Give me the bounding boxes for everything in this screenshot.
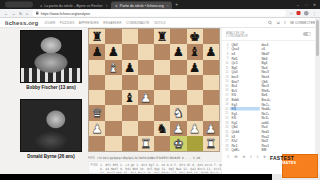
square-e4[interactable] xyxy=(154,90,170,105)
move-number: 7 xyxy=(222,47,230,50)
move-number: 27 xyxy=(222,139,230,142)
square-f5[interactable] xyxy=(170,75,186,90)
nav-next-icon[interactable]: › xyxy=(257,154,259,159)
move-black-16[interactable]: Rfe8+ xyxy=(260,88,290,92)
move-black-19[interactable]: Ne2+ xyxy=(260,102,290,106)
move-number: 14 xyxy=(222,80,230,83)
move-number: 13 xyxy=(222,75,230,78)
white-king[interactable]: ♚ xyxy=(170,136,186,151)
square-d8[interactable] xyxy=(138,29,154,44)
site-header: lichess.org JOUER PUZZLES APPRENDRE REGA… xyxy=(0,18,320,28)
photo-bobby-fischer xyxy=(20,30,82,83)
move-black-7[interactable]: c6 xyxy=(260,47,290,51)
square-f8[interactable] xyxy=(170,29,186,44)
square-c6[interactable]: ♟ xyxy=(122,60,138,75)
window-maximize-button[interactable]: □ xyxy=(305,3,307,7)
move-number: 22 xyxy=(222,116,230,119)
move-number: 23 xyxy=(222,121,230,124)
square-g3[interactable] xyxy=(187,105,203,120)
move-white-25[interactable]: Qxb6 xyxy=(230,130,260,134)
move-number: 26 xyxy=(222,135,230,138)
black-pawn[interactable]: ♟ xyxy=(187,60,203,75)
square-g6[interactable]: ♟ xyxy=(187,60,203,75)
move-white-13[interactable]: bxc3 xyxy=(230,75,260,79)
pgn-textarea[interactable]: 1. Nf3 Nf6 2. c4 g6 3. Nc3 Bg7 4. d4 O-O… xyxy=(100,163,235,173)
url-text: https://www.lichess.org/analysis xyxy=(41,11,90,15)
square-b5[interactable] xyxy=(105,75,121,90)
pgn-label: PGN xyxy=(91,163,98,173)
square-a7[interactable]: ♟ xyxy=(89,44,105,59)
black-pawn[interactable]: ♟ xyxy=(122,60,138,75)
move-number: 11 xyxy=(222,66,230,69)
square-c8[interactable] xyxy=(122,29,138,44)
square-h8[interactable] xyxy=(203,29,219,44)
move-black-22[interactable]: Nc3+ xyxy=(260,116,290,120)
move-black-13[interactable]: Nxe4 xyxy=(260,75,290,79)
move-black-15[interactable]: Nxc3 xyxy=(260,84,290,88)
move-number: 18 xyxy=(222,98,230,101)
analysis-page: Bobby Fischer (13 ans) Donald Byrne (26 … xyxy=(0,28,320,174)
move-number: 25 xyxy=(222,130,230,133)
square-h4[interactable] xyxy=(203,90,219,105)
move-number: 29 xyxy=(222,148,230,151)
fen-row: FEN r3r1k1/pp3pbp/1Bp3p1/8/2bP4/Q4N2/P3n… xyxy=(88,154,224,161)
square-f2[interactable]: ♟ xyxy=(170,121,186,136)
square-d2[interactable] xyxy=(138,121,154,136)
engine-toggle-switch[interactable] xyxy=(303,32,311,36)
move-black-9[interactable]: Nb6 xyxy=(260,56,290,60)
square-e7[interactable] xyxy=(154,44,170,59)
nav-first-icon[interactable]: « xyxy=(243,154,246,159)
move-black-8[interactable]: Nbd7 xyxy=(260,52,290,56)
search-icon[interactable] xyxy=(268,20,273,25)
square-d3[interactable] xyxy=(138,105,154,120)
square-e8[interactable]: ♜ xyxy=(154,29,170,44)
black-bishop[interactable]: ♝ xyxy=(122,90,138,105)
move-black-6[interactable]: dxc4 xyxy=(260,43,290,47)
black-pawn[interactable]: ♟ xyxy=(89,44,105,59)
square-a4[interactable] xyxy=(89,90,105,105)
move-black-23[interactable]: axb6 xyxy=(260,121,290,125)
move-white-6[interactable]: Qb3 xyxy=(230,43,260,47)
move-black-28[interactable]: Rxe1 xyxy=(260,144,290,148)
square-b6[interactable]: ♝ xyxy=(105,60,121,75)
square-f6[interactable] xyxy=(170,60,186,75)
square-h1[interactable]: ♜ xyxy=(203,136,219,151)
square-c7[interactable] xyxy=(122,44,138,59)
browser-scrollbar-thumb[interactable] xyxy=(316,20,319,56)
square-g1[interactable] xyxy=(187,136,203,151)
move-white-26[interactable]: h3 xyxy=(230,134,260,138)
square-g7[interactable]: ♝ xyxy=(187,44,203,59)
browser-tab-2-active[interactable]: ♞ Partie du siècle • lichess.org × xyxy=(111,2,172,10)
user-menu[interactable]: SE CONNECTER xyxy=(290,21,315,24)
move-white-23[interactable]: Kg1 xyxy=(230,121,260,125)
black-knight[interactable]: ♞ xyxy=(154,121,170,136)
ad-banner[interactable]: FASTEST CHECKMATES xyxy=(282,154,318,178)
window-close-button[interactable]: ✕ xyxy=(313,3,316,7)
move-list: 6Qb3dxc47Qxc4c68e4Nbd79Rd1Nb610Qc5Bg411B… xyxy=(222,42,315,152)
move-black-11[interactable]: Na4 xyxy=(260,66,290,70)
window-minimize-button[interactable]: – xyxy=(297,3,299,7)
resize-icon[interactable]: ⇲ xyxy=(276,20,279,25)
tab-close-icon[interactable]: × xyxy=(167,4,169,8)
square-g8[interactable]: ♚ xyxy=(187,29,203,44)
lichess-logo[interactable]: lichess.org xyxy=(5,19,38,26)
white-bishop[interactable]: ♝ xyxy=(105,60,121,75)
move-black-14[interactable]: Qb6 xyxy=(260,79,290,83)
square-f7[interactable]: ♟ xyxy=(170,44,186,59)
square-h5[interactable] xyxy=(203,75,219,90)
browser-urlbar: ← → ↻ ⌂ https://www.lichess.org/analysis… xyxy=(0,9,320,18)
move-number: 8 xyxy=(222,52,230,55)
nav-outils[interactable]: OUTILS xyxy=(154,21,166,24)
square-f4[interactable] xyxy=(170,90,186,105)
nav-apprendre[interactable]: APPRENDRE xyxy=(79,21,99,24)
move-number: 6 xyxy=(222,43,230,46)
square-b4[interactable] xyxy=(105,90,121,105)
pgn-box: PGN 1. Nf3 Nf6 2. c4 g6 3. Nc3 Bg7 4. d4… xyxy=(88,161,238,174)
padlock-icon xyxy=(35,11,39,15)
engine-toggle-row: ANALYSE DE L'ORDINATEUR xyxy=(222,28,315,41)
move-white-7[interactable]: Qxc4 xyxy=(230,47,260,51)
move-white-11[interactable]: Bg5 xyxy=(230,66,260,70)
move-black-17[interactable]: Be6 xyxy=(260,93,290,97)
move-black-18[interactable]: Bxc4+ xyxy=(260,98,290,102)
nav-communaute[interactable]: COMMUNAUTÉ xyxy=(126,21,149,24)
browser-menu-icon[interactable]: ⋮ xyxy=(312,11,316,16)
square-e3[interactable] xyxy=(154,105,170,120)
move-white-8[interactable]: e4 xyxy=(230,52,260,56)
square-a2[interactable]: ♟ xyxy=(89,121,105,136)
square-f3[interactable]: ♞ xyxy=(170,105,186,120)
board-editor-icon[interactable]: ⊞ xyxy=(234,154,237,159)
tab-favicon: ♞ xyxy=(115,3,118,7)
square-h2[interactable]: ♟ xyxy=(203,121,219,136)
nav-jouer[interactable]: JOUER xyxy=(44,21,55,24)
square-b2[interactable] xyxy=(105,121,121,136)
move-number: 16 xyxy=(222,89,230,92)
move-black-20[interactable]: Nxd4+ xyxy=(260,107,290,111)
white-rook[interactable]: ♜ xyxy=(203,136,219,151)
square-f1[interactable]: ♚ xyxy=(170,136,186,151)
white-knight[interactable]: ♞ xyxy=(170,105,186,120)
fen-input[interactable]: r3r1k1/pp3pbp/1Bp3p1/8/2bP4/Q4N2/P3nPPP/… xyxy=(97,156,200,160)
move-white-9[interactable]: Rd1 xyxy=(230,56,260,60)
white-pawn[interactable]: ♟ xyxy=(89,121,105,136)
ad-line-2: CHECKMATES xyxy=(268,161,296,166)
move-black-24[interactable]: Ra4 xyxy=(260,125,290,129)
white-pawn[interactable]: ♟ xyxy=(187,121,203,136)
nav-puzzles[interactable]: PUZZLES xyxy=(60,21,75,24)
move-white-19[interactable]: Kg1 xyxy=(230,102,260,106)
square-h7[interactable]: ♟ xyxy=(203,44,219,59)
square-a5[interactable] xyxy=(89,75,105,90)
photo-donald-byrne xyxy=(20,99,82,152)
move-white-28[interactable]: Re1 xyxy=(230,144,260,148)
move-white-22[interactable]: Kf1 xyxy=(230,116,260,120)
nav-regarder[interactable]: REGARDER xyxy=(103,21,121,24)
black-rook[interactable]: ♜ xyxy=(154,29,170,44)
white-pawn[interactable]: ♟ xyxy=(203,121,219,136)
black-rook[interactable]: ♜ xyxy=(89,29,105,44)
tab-close-icon[interactable]: × xyxy=(106,4,108,8)
square-h3[interactable] xyxy=(203,105,219,120)
analysis-menu-icon[interactable]: ≡ xyxy=(227,154,229,159)
move-number: 21 xyxy=(222,112,230,115)
caption-bottom-player: Donald Byrne (26 ans) xyxy=(6,153,96,161)
move-number: 28 xyxy=(222,144,230,147)
move-white-10[interactable]: Qc5 xyxy=(230,61,260,65)
move-list-container: 6Qb3dxc47Qxc4c68e4Nbd79Rd1Nb610Qc5Bg411B… xyxy=(222,42,315,152)
hamburger-menu-icon[interactable]: ≡ xyxy=(284,20,286,25)
white-queen[interactable]: ♛ xyxy=(89,105,105,120)
square-c4[interactable]: ♝ xyxy=(122,90,138,105)
reload-icon[interactable]: ↻ xyxy=(19,11,22,16)
letterbox-bar xyxy=(0,174,272,180)
white-pawn[interactable]: ♟ xyxy=(138,90,154,105)
tab-title: Partie du siècle • lichess.org xyxy=(120,4,164,8)
move-number: 20 xyxy=(222,107,230,110)
move-white-18[interactable]: Bxb6 xyxy=(230,98,260,102)
profile-avatar[interactable] xyxy=(304,11,309,16)
nav-prev-icon[interactable]: ‹ xyxy=(250,154,252,159)
move-number: 10 xyxy=(222,61,230,64)
browser-titlebar: ▸ La partie du siècle – Byrne vs Fischer… xyxy=(0,0,320,9)
move-black-12[interactable]: Nxc3 xyxy=(260,70,290,74)
move-white-27[interactable]: Kh2 xyxy=(230,139,260,143)
square-d4[interactable]: ♟ xyxy=(138,90,154,105)
square-a1[interactable] xyxy=(89,136,105,151)
new-tab-button[interactable]: + xyxy=(175,2,178,7)
square-a3[interactable]: ♛ xyxy=(89,105,105,120)
white-pawn[interactable]: ♟ xyxy=(170,121,186,136)
black-pawn[interactable]: ♟ xyxy=(170,44,186,59)
chess-board[interactable]: ♜♜♚♟♟♟♝♟♝♟♟♝♟♛♞♟♞♟♟♟♜♚♜ xyxy=(88,28,220,152)
square-d6[interactable] xyxy=(138,60,154,75)
move-white-14[interactable]: Bxe7 xyxy=(230,79,260,83)
square-a6[interactable] xyxy=(89,60,105,75)
square-h6[interactable] xyxy=(203,60,219,75)
square-e1[interactable] xyxy=(154,136,170,151)
move-white-15[interactable]: Bc4 xyxy=(230,84,260,88)
white-rook[interactable]: ♜ xyxy=(138,136,154,151)
move-number: 15 xyxy=(222,84,230,87)
move-white-12[interactable]: Qa3 xyxy=(230,70,260,74)
square-c5[interactable] xyxy=(122,75,138,90)
square-b7[interactable]: ♟ xyxy=(105,44,121,59)
move-number: 19 xyxy=(222,103,230,106)
square-d5[interactable] xyxy=(138,75,154,90)
engine-toggle-label: ANALYSE DE L'ORDINATEUR xyxy=(226,31,248,38)
move-black-25[interactable]: Nxd1 xyxy=(260,130,290,134)
black-pawn[interactable]: ♟ xyxy=(203,44,219,59)
square-g5[interactable] xyxy=(187,75,203,90)
square-d1[interactable]: ♜ xyxy=(138,136,154,151)
tab-title: La partie du siècle – Byrne vs Fischer xyxy=(44,4,102,8)
forward-icon[interactable]: → xyxy=(12,11,16,16)
black-pawn[interactable]: ♟ xyxy=(105,44,121,59)
square-b8[interactable] xyxy=(105,29,121,44)
square-g2[interactable]: ♟ xyxy=(187,121,203,136)
square-c3[interactable] xyxy=(122,105,138,120)
square-c1[interactable] xyxy=(122,136,138,151)
move-black-21[interactable]: Ne2+ xyxy=(260,111,290,115)
caption-top-player: Bobby Fischer (13 ans) xyxy=(6,84,96,92)
home-icon[interactable]: ⌂ xyxy=(26,11,28,16)
move-white-16[interactable]: Bc5 xyxy=(230,88,260,92)
move-number: 17 xyxy=(222,93,230,96)
move-white-24[interactable]: Qb4 xyxy=(230,125,260,129)
bookmark-star-icon[interactable]: ☆ xyxy=(289,11,293,16)
square-e2[interactable]: ♞ xyxy=(154,121,170,136)
back-icon[interactable]: ← xyxy=(4,11,8,16)
square-e5[interactable] xyxy=(154,75,170,90)
move-number: 12 xyxy=(222,70,230,73)
move-black-26[interactable]: Rxa2 xyxy=(260,134,290,138)
move-black-10[interactable]: Bg4 xyxy=(260,61,290,65)
analysis-panel: ANALYSE DE L'ORDINATEUR 6Qb3dxc47Qxc4c68… xyxy=(222,28,315,174)
tab-search-pill[interactable] xyxy=(5,2,33,8)
tab-favicon: ▸ xyxy=(41,3,43,7)
square-d7[interactable] xyxy=(138,44,154,59)
black-king[interactable]: ♚ xyxy=(187,29,203,44)
square-b3[interactable] xyxy=(105,105,121,120)
url-field[interactable]: https://www.lichess.org/analysis xyxy=(32,10,286,17)
fen-label: FEN xyxy=(88,156,95,160)
extension-icon[interactable] xyxy=(297,11,301,15)
browser-tab-1[interactable]: ▸ La partie du siècle – Byrne vs Fischer… xyxy=(37,2,111,10)
square-c2[interactable] xyxy=(122,121,138,136)
square-e6[interactable] xyxy=(154,60,170,75)
square-a8[interactable]: ♜ xyxy=(89,29,105,44)
move-white-20[interactable]: Kf1 xyxy=(230,107,260,111)
move-white-17[interactable]: Kf1 xyxy=(230,93,260,97)
move-white-21[interactable]: Kg1 xyxy=(230,111,260,115)
square-g4[interactable] xyxy=(187,90,203,105)
square-b1[interactable] xyxy=(105,136,121,151)
move-number: 24 xyxy=(222,125,230,128)
move-black-27[interactable]: Nxf2 xyxy=(260,139,290,143)
black-bishop[interactable]: ♝ xyxy=(187,44,203,59)
move-number: 9 xyxy=(222,57,230,60)
